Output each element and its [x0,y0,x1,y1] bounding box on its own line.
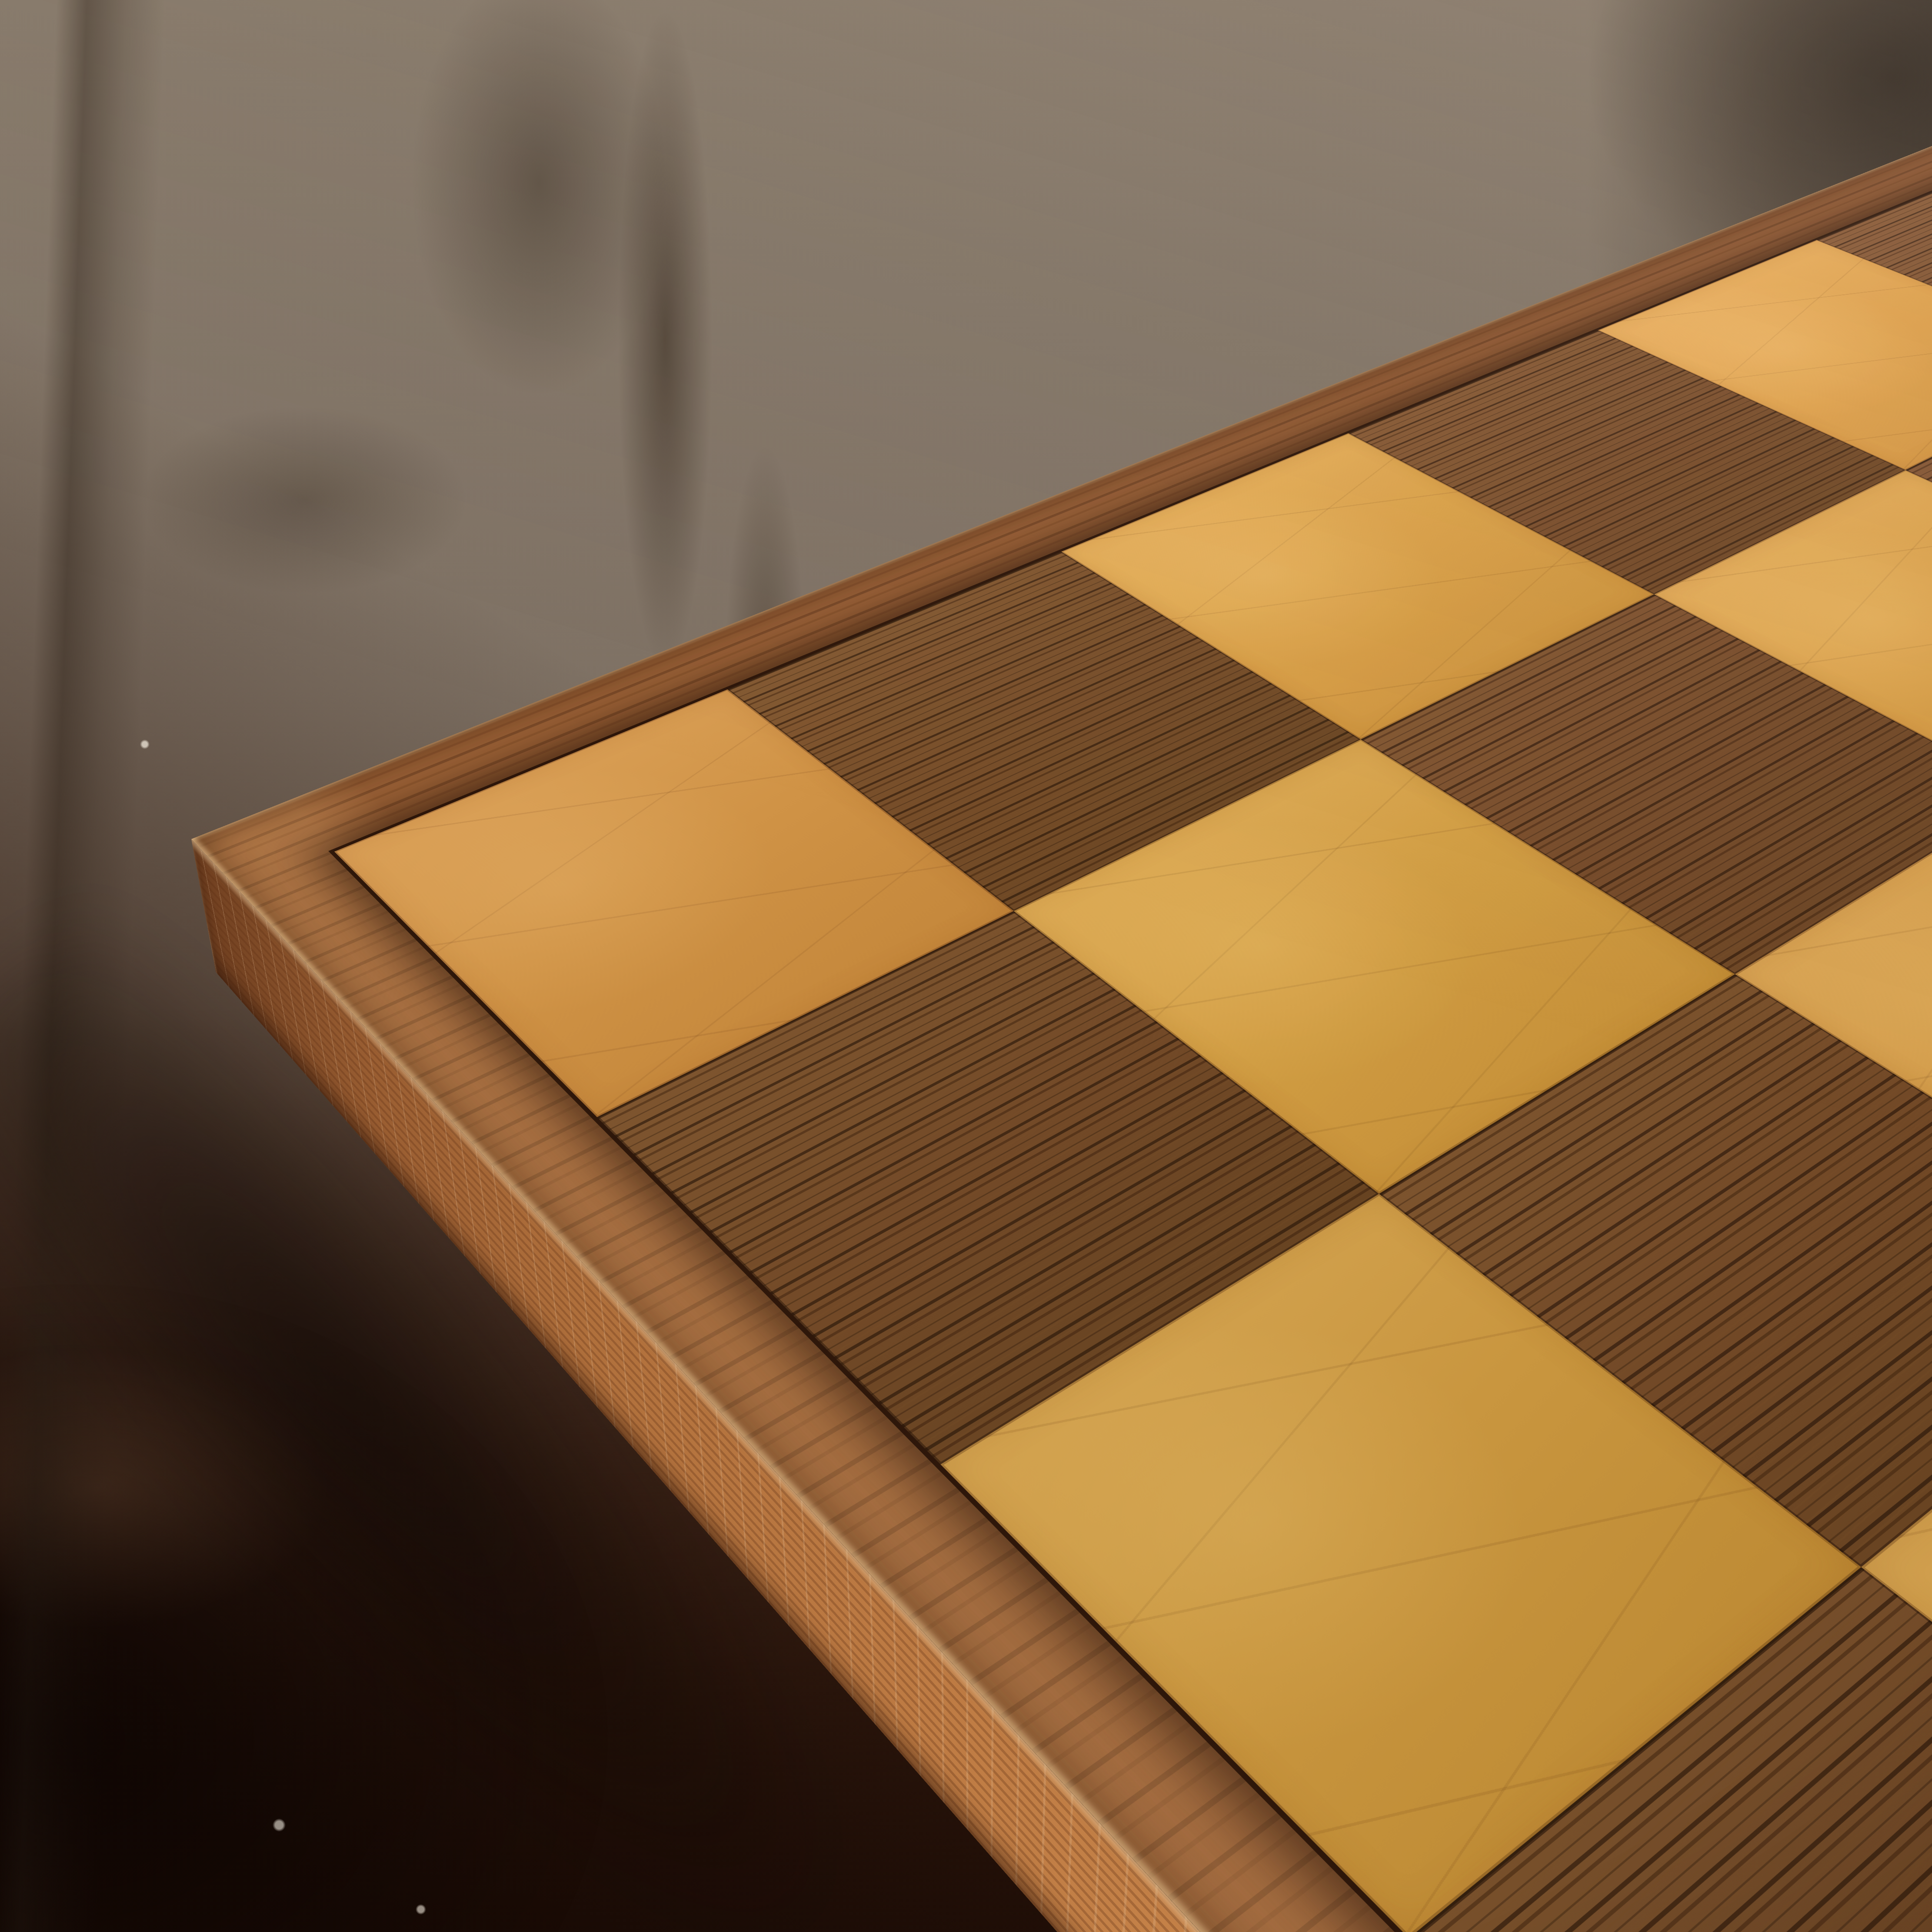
board-square-a5[interactable] [1409,1567,1932,1932]
board-square-b5[interactable] [1861,1276,1932,1932]
board-square-a7[interactable] [597,911,1379,1465]
board-square-c6[interactable] [1735,792,1932,1276]
board-square-b6[interactable] [1379,974,1932,1567]
board-frame [191,0,1932,1932]
perspective-wrapper [0,0,1932,1932]
photo-scene [0,0,1932,1932]
board-grid [334,25,1932,1932]
game-board [191,0,1932,1932]
